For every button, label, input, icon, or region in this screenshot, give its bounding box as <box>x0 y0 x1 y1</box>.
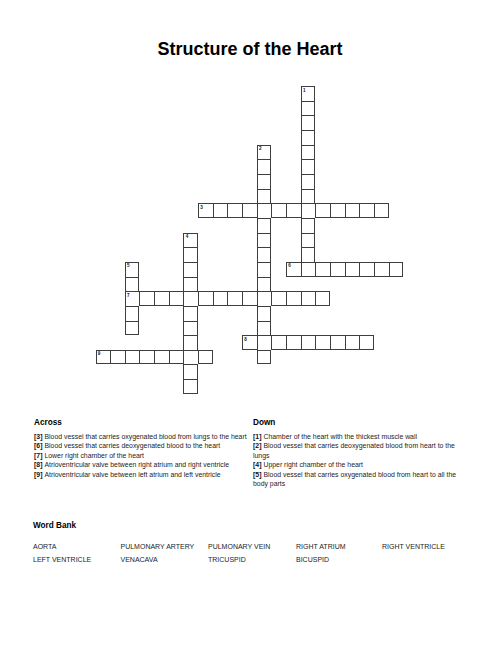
clue-number: [2] <box>253 442 261 449</box>
across-header: Across <box>34 418 254 428</box>
clue-text: Blood vessel that carries deoxygenated b… <box>253 442 455 458</box>
across-clues-section: Across [3]Blood vessel that carries oxyg… <box>34 418 254 479</box>
cell-r14c6[interactable] <box>183 291 198 306</box>
cell-r1c14[interactable] <box>301 101 316 116</box>
cell-r12c2[interactable]: 5 <box>125 262 140 277</box>
cell-r13c6[interactable] <box>183 277 198 292</box>
cell-r18c5[interactable] <box>169 350 184 365</box>
clue-text: Upper right chamber of the heart <box>263 461 363 468</box>
cell-r10c6[interactable]: 4 <box>183 233 198 248</box>
cell-r13c2[interactable] <box>125 277 140 292</box>
cell-r6c11[interactable] <box>257 174 272 189</box>
cell-r14c5[interactable] <box>169 291 184 306</box>
cell-r18c2[interactable] <box>125 350 140 365</box>
cell-r18c6[interactable] <box>183 350 198 365</box>
cell-r16c11[interactable] <box>257 321 272 336</box>
cell-r14c4[interactable] <box>154 291 169 306</box>
word-bank-list: AORTA PULMONARY ARTERY PULMONARY VEIN RI… <box>33 540 481 567</box>
cell-r14c15[interactable] <box>315 291 330 306</box>
word-bank-item-pulmonary-artery: PULMONARY ARTERY <box>121 540 209 553</box>
cell-r9c14[interactable] <box>301 218 316 233</box>
cell-r5c14[interactable] <box>301 159 316 174</box>
cell-r17c11[interactable] <box>257 335 272 350</box>
cell-r17c10[interactable]: 8 <box>242 335 257 350</box>
cell-number-9: 9 <box>98 351 101 356</box>
cell-r8c15[interactable] <box>315 203 330 218</box>
cell-r8c11[interactable] <box>257 203 272 218</box>
word-bank-item-venacava: VENACAVA <box>121 553 209 566</box>
cell-r16c6[interactable] <box>183 321 198 336</box>
cell-r17c14[interactable] <box>301 335 316 350</box>
cell-r8c8[interactable] <box>213 203 228 218</box>
cell-r14c11[interactable] <box>257 291 272 306</box>
cell-r12c14[interactable] <box>301 262 316 277</box>
cell-r10c11[interactable] <box>257 233 272 248</box>
word-bank-item-tricuspid: TRICUSPID <box>208 553 296 566</box>
cell-r17c15[interactable] <box>315 335 330 350</box>
cell-r12c13[interactable]: 6 <box>286 262 301 277</box>
cell-number-5: 5 <box>127 263 130 268</box>
cell-r2c14[interactable] <box>301 115 316 130</box>
clue-down-1: [1]Chamber of the heart with the thickes… <box>253 432 466 441</box>
down-clues-section: Down [1]Chamber of the heart with the th… <box>253 418 466 488</box>
clue-number: [8] <box>34 461 42 468</box>
cell-r8c7[interactable]: 3 <box>198 203 213 218</box>
clue-text: Atrioventricular valve between left atri… <box>44 471 220 478</box>
clue-text: Blood vessel that carries deoxygenated b… <box>44 442 220 449</box>
cell-r14c7[interactable] <box>198 291 213 306</box>
cell-r0c14[interactable]: 1 <box>301 86 316 101</box>
cell-r12c17[interactable] <box>345 262 360 277</box>
cell-r8c12[interactable] <box>271 203 286 218</box>
cell-r18c1[interactable] <box>110 350 125 365</box>
cell-r12c18[interactable] <box>359 262 374 277</box>
cell-r11c11[interactable] <box>257 247 272 262</box>
clue-across-6: [6]Blood vessel that carries deoxygenate… <box>34 441 254 450</box>
cell-r8c18[interactable] <box>359 203 374 218</box>
cell-r18c7[interactable] <box>198 350 213 365</box>
cell-r14c2[interactable]: 7 <box>125 291 140 306</box>
clue-text: Blood vessel that carries oxygenated blo… <box>44 433 246 440</box>
cell-r17c12[interactable] <box>271 335 286 350</box>
cell-r14c10[interactable] <box>242 291 257 306</box>
word-bank-item-left-ventricle: LEFT VENTRICLE <box>33 553 121 566</box>
crossword-grid: 123456789 <box>96 86 404 394</box>
cell-r15c2[interactable] <box>125 306 140 321</box>
word-bank-item-right-atrium: RIGHT ATRIUM <box>296 540 382 553</box>
cell-number-8: 8 <box>244 337 247 342</box>
cell-r19c6[interactable] <box>183 364 198 379</box>
cell-r14c3[interactable] <box>139 291 154 306</box>
clue-text: Blood vessel that carries oxygenated blo… <box>253 471 456 487</box>
cell-r14c14[interactable] <box>301 291 316 306</box>
clue-down-2: [2]Blood vessel that carries deoxygenate… <box>253 441 466 460</box>
cell-number-4: 4 <box>186 234 189 239</box>
cell-r14c9[interactable] <box>227 291 242 306</box>
cell-number-2: 2 <box>259 146 262 151</box>
cell-r12c16[interactable] <box>330 262 345 277</box>
clue-text: Chamber of the heart with the thickest m… <box>263 433 417 440</box>
cell-r14c13[interactable] <box>286 291 301 306</box>
clue-number: [4] <box>253 461 261 468</box>
cell-r17c6[interactable] <box>183 335 198 350</box>
cell-r18c3[interactable] <box>139 350 154 365</box>
cell-r18c4[interactable] <box>154 350 169 365</box>
word-bank-section: Word Bank AORTA PULMONARY ARTERY PULMONA… <box>33 521 481 567</box>
clue-across-9: [9]Atrioventricular valve between left a… <box>34 470 254 479</box>
word-bank-item-right-ventricle: RIGHT VENTRICLE <box>382 540 481 553</box>
cell-r12c20[interactable] <box>389 262 404 277</box>
cell-r4c14[interactable] <box>301 145 316 160</box>
page-title: Structure of the Heart <box>0 39 500 60</box>
cell-r8c13[interactable] <box>286 203 301 218</box>
clue-text: Lower right chamber of the heart <box>44 452 144 459</box>
clue-number: [3] <box>34 433 42 440</box>
word-bank-header: Word Bank <box>33 521 481 531</box>
cell-r10c14[interactable] <box>301 233 316 248</box>
clue-across-3: [3]Blood vessel that carries oxygenated … <box>34 432 254 441</box>
cell-r14c12[interactable] <box>271 291 286 306</box>
worksheet-page: Structure of the Heart 123456789 Across … <box>0 0 500 647</box>
clue-down-5: [5]Blood vessel that carries oxygenated … <box>253 470 466 489</box>
cell-r12c11[interactable] <box>257 262 272 277</box>
cell-r15c11[interactable] <box>257 306 272 321</box>
cell-r9c11[interactable] <box>257 218 272 233</box>
cell-r6c14[interactable] <box>301 174 316 189</box>
word-bank-item-aorta: AORTA <box>33 540 121 553</box>
cell-r17c13[interactable] <box>286 335 301 350</box>
clue-text: Atrioventricular valve between right atr… <box>44 461 229 468</box>
word-bank-item-pulmonary-vein: PULMONARY VEIN <box>208 540 296 553</box>
cell-r8c9[interactable] <box>227 203 242 218</box>
cell-number-7: 7 <box>127 293 130 298</box>
cell-r7c14[interactable] <box>301 189 316 204</box>
word-bank-item-bicuspid: BICUSPID <box>296 553 382 566</box>
cell-r12c6[interactable] <box>183 262 198 277</box>
cell-r12c19[interactable] <box>374 262 389 277</box>
cell-r8c17[interactable] <box>345 203 360 218</box>
clue-number: [5] <box>253 471 261 478</box>
cell-r8c14[interactable] <box>301 203 316 218</box>
cell-r15c6[interactable] <box>183 306 198 321</box>
clue-number: [1] <box>253 433 261 440</box>
cell-r11c6[interactable] <box>183 247 198 262</box>
cell-r8c19[interactable] <box>374 203 389 218</box>
cell-r18c11[interactable] <box>257 350 272 365</box>
cell-number-1: 1 <box>303 88 306 93</box>
cell-r14c8[interactable] <box>213 291 228 306</box>
clue-number: [7] <box>34 452 42 459</box>
cell-r12c15[interactable] <box>315 262 330 277</box>
cell-r13c11[interactable] <box>257 277 272 292</box>
cell-r20c6[interactable] <box>183 379 198 394</box>
cell-r8c16[interactable] <box>330 203 345 218</box>
cell-r3c14[interactable] <box>301 130 316 145</box>
cell-r17c16[interactable] <box>330 335 345 350</box>
clue-down-4: [4]Upper right chamber of the heart <box>253 460 466 469</box>
cell-r18c0[interactable]: 9 <box>96 350 111 365</box>
cell-number-3: 3 <box>200 205 203 210</box>
clue-across-8: [8]Atrioventricular valve between right … <box>34 460 254 469</box>
cell-r7c11[interactable] <box>257 189 272 204</box>
clue-number: [6] <box>34 442 42 449</box>
down-header: Down <box>253 418 466 428</box>
clue-across-7: [7]Lower right chamber of the heart <box>34 451 254 460</box>
cell-r17c18[interactable] <box>359 335 374 350</box>
cell-r11c14[interactable] <box>301 247 316 262</box>
cell-r4c11[interactable]: 2 <box>257 145 272 160</box>
cell-r8c10[interactable] <box>242 203 257 218</box>
clue-number: [9] <box>34 471 42 478</box>
cell-r5c11[interactable] <box>257 159 272 174</box>
cell-r16c2[interactable] <box>125 321 140 336</box>
cell-number-6: 6 <box>288 263 291 268</box>
cell-r17c17[interactable] <box>345 335 360 350</box>
